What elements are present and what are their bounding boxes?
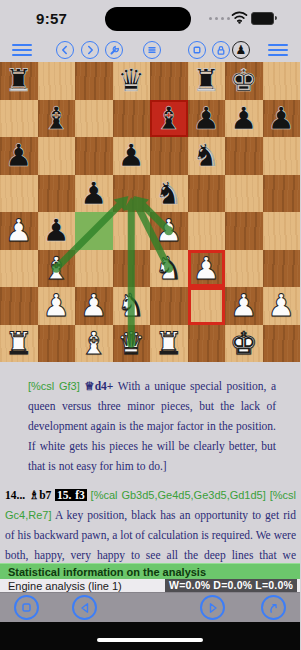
cellular-dots-icon bbox=[209, 17, 230, 20]
play-right-circle-icon[interactable] bbox=[200, 595, 225, 620]
square-e6[interactable] bbox=[150, 137, 188, 175]
square-b5[interactable] bbox=[38, 175, 76, 213]
chevron-left-circle-icon[interactable] bbox=[56, 41, 74, 59]
square-h7[interactable]: ♟ bbox=[263, 100, 301, 138]
black-knight-f6: ♞ bbox=[192, 140, 220, 171]
square-b6[interactable] bbox=[38, 137, 76, 175]
square-c2[interactable]: ♟ bbox=[75, 287, 113, 325]
square-f5[interactable] bbox=[188, 175, 226, 213]
square-f6[interactable]: ♞ bbox=[188, 137, 226, 175]
square-e7[interactable]: ♝ bbox=[150, 100, 188, 138]
home-indicator[interactable] bbox=[97, 638, 203, 642]
black-bishop-b7: ♝ bbox=[42, 103, 70, 134]
white-pawn-e4: ♟ bbox=[155, 215, 183, 246]
bottom-toolbar bbox=[0, 592, 300, 622]
square-f3[interactable]: ♟ bbox=[188, 250, 226, 288]
white-bishop-b3: ♝ bbox=[42, 253, 70, 284]
white-king-g1: ♚ bbox=[230, 328, 258, 359]
square-g7[interactable]: ♟ bbox=[225, 100, 263, 138]
square-d4[interactable] bbox=[113, 212, 151, 250]
square-h4[interactable] bbox=[263, 212, 301, 250]
square-a4[interactable]: ♟ bbox=[0, 212, 38, 250]
top-toolbar: ♟ bbox=[0, 38, 300, 62]
black-pawn-f7: ♟ bbox=[192, 103, 220, 134]
annotation-text: [%csl Gf3] ♕d4+ With a unique special po… bbox=[0, 362, 300, 563]
wdl-badge: W=0.0% D=0.0% L=0.0% bbox=[165, 579, 297, 592]
square-e4[interactable]: ♟ bbox=[150, 212, 188, 250]
square-d3[interactable] bbox=[113, 250, 151, 288]
white-pawn-f3: ♟ bbox=[192, 253, 220, 284]
square-b1[interactable] bbox=[38, 325, 76, 363]
square-c4[interactable] bbox=[75, 212, 113, 250]
current-move[interactable]: 15. f3 bbox=[55, 489, 87, 501]
black-queen-d8: ♛ bbox=[117, 65, 145, 96]
black-pawn-g7: ♟ bbox=[230, 103, 258, 134]
wifi-icon bbox=[231, 10, 248, 28]
annotation-run: [%csl Gf3] bbox=[28, 380, 84, 392]
engine-analysis-label: Engine analysis (line 1) bbox=[8, 580, 122, 592]
square-h1[interactable] bbox=[263, 325, 301, 363]
black-king-g8: ♚ bbox=[230, 65, 258, 96]
square-b7[interactable]: ♝ bbox=[38, 100, 76, 138]
square-e2[interactable] bbox=[150, 287, 188, 325]
square-b2[interactable]: ♟ bbox=[38, 287, 76, 325]
square-h6[interactable] bbox=[263, 137, 301, 175]
black-pawn-h7: ♟ bbox=[267, 103, 295, 134]
square-a6[interactable]: ♟ bbox=[0, 137, 38, 175]
square-d8[interactable]: ♛ bbox=[113, 62, 151, 100]
dynamic-island bbox=[105, 7, 191, 31]
square-e1[interactable]: ♜ bbox=[150, 325, 188, 363]
stop-circle-icon[interactable] bbox=[14, 595, 39, 620]
square-a7[interactable] bbox=[0, 100, 38, 138]
battery-icon bbox=[251, 12, 274, 25]
black-pawn-c5: ♟ bbox=[80, 178, 108, 209]
square-c5[interactable]: ♟ bbox=[75, 175, 113, 213]
statistical-info-label: Statistical information on the analysis bbox=[8, 566, 206, 578]
white-pawn-g2: ♟ bbox=[230, 290, 258, 321]
square-c1[interactable]: ♝ bbox=[75, 325, 113, 363]
black-pawn-d6: ♟ bbox=[117, 140, 145, 171]
white-queen-d1: ♛ bbox=[117, 328, 145, 359]
square-g1[interactable]: ♚ bbox=[225, 325, 263, 363]
square-b8[interactable] bbox=[38, 62, 76, 100]
square-g5[interactable] bbox=[225, 175, 263, 213]
annotation-run: With a unique special position, a queen … bbox=[28, 380, 276, 472]
square-c3[interactable] bbox=[75, 250, 113, 288]
clock-time: 9:57 bbox=[36, 10, 67, 27]
black-rook-a8: ♜ bbox=[5, 65, 33, 96]
square-c8[interactable] bbox=[75, 62, 113, 100]
square-f4[interactable] bbox=[188, 212, 226, 250]
annotation-run: ♕d4+ bbox=[84, 380, 117, 392]
white-rook-a1: ♜ bbox=[5, 328, 33, 359]
app-window: 9:57 ♟ ♜♛♜♚♝♝♟♟♟ bbox=[0, 0, 300, 650]
black-knight-e5: ♞ bbox=[155, 178, 183, 209]
black-rook-f8: ♜ bbox=[192, 65, 220, 96]
square-c6[interactable] bbox=[75, 137, 113, 175]
square-g8[interactable]: ♚ bbox=[225, 62, 263, 100]
white-pawn-b2: ♟ bbox=[42, 290, 70, 321]
white-pawn-c2: ♟ bbox=[80, 290, 108, 321]
status-bar: 9:57 bbox=[0, 0, 300, 38]
square-e8[interactable] bbox=[150, 62, 188, 100]
square-a2[interactable] bbox=[0, 287, 38, 325]
square-g6[interactable] bbox=[225, 137, 263, 175]
square-d6[interactable]: ♟ bbox=[113, 137, 151, 175]
white-pawn-h2: ♟ bbox=[267, 290, 295, 321]
menu-icon[interactable] bbox=[12, 44, 32, 56]
square-d5[interactable] bbox=[113, 175, 151, 213]
square-c7[interactable] bbox=[75, 100, 113, 138]
lock-circle-icon[interactable] bbox=[212, 41, 230, 59]
square-h8[interactable] bbox=[263, 62, 301, 100]
black-pawn-b4: ♟ bbox=[42, 215, 70, 246]
list-circle-icon[interactable] bbox=[143, 41, 161, 59]
square-a1[interactable]: ♜ bbox=[0, 325, 38, 363]
statistical-info-bar[interactable]: Statistical information on the analysis bbox=[0, 563, 300, 579]
chess-board[interactable]: ♜♛♜♚♝♝♟♟♟♟♟♞♟♞♟♟♟♝♞♟♟♟♞♟♟♜♝♛♜♚ bbox=[0, 62, 300, 362]
square-a8[interactable]: ♜ bbox=[0, 62, 38, 100]
square-h2[interactable]: ♟ bbox=[263, 287, 301, 325]
square-h3[interactable] bbox=[263, 250, 301, 288]
square-f7[interactable]: ♟ bbox=[188, 100, 226, 138]
curved-up-arrow-circle-icon[interactable] bbox=[261, 595, 286, 620]
black-pawn-icon: ♟ bbox=[236, 44, 247, 56]
square-b4[interactable]: ♟ bbox=[38, 212, 76, 250]
square-b3[interactable]: ♝ bbox=[38, 250, 76, 288]
square-a3[interactable] bbox=[0, 250, 38, 288]
black-bishop-e7: ♝ bbox=[155, 103, 183, 134]
bottom-black-strip bbox=[0, 622, 300, 650]
square-g2[interactable]: ♟ bbox=[225, 287, 263, 325]
white-pawn-a4: ♟ bbox=[5, 215, 33, 246]
menu-icon[interactable] bbox=[268, 44, 288, 56]
play-left-circle-icon[interactable] bbox=[72, 595, 97, 620]
square-f8[interactable]: ♜ bbox=[188, 62, 226, 100]
square-f2[interactable] bbox=[188, 287, 226, 325]
square-g3[interactable] bbox=[225, 250, 263, 288]
square-d2[interactable]: ♞ bbox=[113, 287, 151, 325]
square-g4[interactable] bbox=[225, 212, 263, 250]
white-rook-e1: ♜ bbox=[155, 328, 183, 359]
white-knight-d2: ♞ bbox=[117, 290, 145, 321]
square-h5[interactable] bbox=[263, 175, 301, 213]
square-a5[interactable] bbox=[0, 175, 38, 213]
white-knight-e3: ♞ bbox=[155, 253, 183, 284]
engine-analysis-row[interactable]: Engine analysis (line 1) W=0.0% D=0.0% L… bbox=[0, 579, 300, 592]
annotation-run: 14... ♗b7 bbox=[5, 489, 55, 501]
square-e5[interactable]: ♞ bbox=[150, 175, 188, 213]
square-d7[interactable] bbox=[113, 100, 151, 138]
wrench-circle-icon[interactable] bbox=[105, 41, 123, 59]
black-pawn-circle-icon[interactable]: ♟ bbox=[232, 41, 250, 59]
square-d1[interactable]: ♛ bbox=[113, 325, 151, 363]
square-f1[interactable] bbox=[188, 325, 226, 363]
square-e3[interactable]: ♞ bbox=[150, 250, 188, 288]
black-pawn-a6: ♟ bbox=[5, 140, 33, 171]
chevron-right-circle-icon[interactable] bbox=[81, 41, 99, 59]
square-circle-icon[interactable] bbox=[188, 41, 206, 59]
white-bishop-c1: ♝ bbox=[80, 328, 108, 359]
